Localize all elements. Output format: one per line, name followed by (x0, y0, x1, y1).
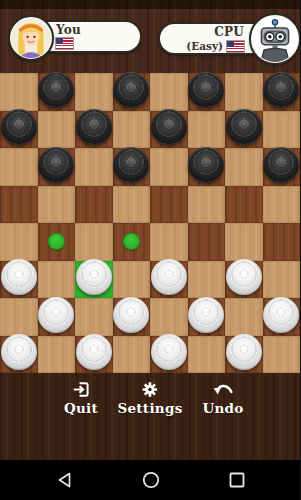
square-c6[interactable] (75, 148, 113, 186)
black-piece-h8[interactable] (263, 72, 299, 108)
black-piece-d6[interactable] (113, 147, 149, 183)
white-piece-e3[interactable] (151, 259, 187, 295)
square-c8[interactable] (75, 73, 113, 111)
black-piece-b8[interactable] (38, 72, 74, 108)
black-piece-f8[interactable] (188, 72, 224, 108)
us-flag-icon-you (56, 38, 73, 49)
square-f5[interactable] (188, 186, 226, 224)
square-d4[interactable] (113, 223, 151, 261)
back-icon[interactable] (56, 471, 73, 489)
black-piece-a7[interactable] (1, 109, 37, 145)
square-e2[interactable] (150, 298, 188, 336)
square-h8[interactable] (263, 73, 301, 111)
app-screen: You CPU (0, 0, 300, 500)
black-piece-h6[interactable] (263, 147, 299, 183)
white-piece-g3[interactable] (226, 259, 262, 295)
square-f1[interactable] (188, 336, 226, 374)
recents-icon[interactable] (229, 472, 245, 488)
square-b6[interactable] (38, 148, 76, 186)
white-piece-g1[interactable] (226, 334, 262, 370)
square-c2[interactable] (75, 298, 113, 336)
square-g7[interactable] (225, 111, 263, 149)
square-b8[interactable] (38, 73, 76, 111)
bottom-toolbar: Quit Settings (0, 373, 300, 460)
square-b1[interactable] (38, 336, 76, 374)
square-h1[interactable] (263, 336, 301, 374)
player-name-cpu: CPU (166, 26, 244, 39)
square-h5[interactable] (263, 186, 301, 224)
square-e3[interactable] (150, 261, 188, 299)
square-a8[interactable] (0, 73, 38, 111)
square-f3[interactable] (188, 261, 226, 299)
undo-arrow-icon (212, 381, 234, 398)
square-c4[interactable] (75, 223, 113, 261)
quit-button[interactable]: Quit (64, 381, 98, 416)
square-d3[interactable] (113, 261, 151, 299)
robot-avatar-icon (251, 15, 299, 63)
player-name-you: You (56, 24, 134, 37)
white-piece-d2[interactable] (113, 297, 149, 333)
square-h2[interactable] (263, 298, 301, 336)
square-b7[interactable] (38, 111, 76, 149)
move-hint-b4[interactable] (48, 233, 65, 250)
square-f4[interactable] (188, 223, 226, 261)
square-a3[interactable] (0, 261, 38, 299)
square-e8[interactable] (150, 73, 188, 111)
square-c5[interactable] (75, 186, 113, 224)
cpu-difficulty: (Easy) (186, 40, 223, 52)
settings-button[interactable]: Settings (117, 381, 182, 416)
black-piece-e7[interactable] (151, 109, 187, 145)
square-e5[interactable] (150, 186, 188, 224)
square-e1[interactable] (150, 336, 188, 374)
square-e7[interactable] (150, 111, 188, 149)
square-a5[interactable] (0, 186, 38, 224)
square-a7[interactable] (0, 111, 38, 149)
avatar-cpu (249, 13, 300, 65)
status-bar (0, 0, 300, 9)
square-g3[interactable] (225, 261, 263, 299)
top-bar: You CPU (0, 0, 300, 73)
square-e6[interactable] (150, 148, 188, 186)
square-g5[interactable] (225, 186, 263, 224)
black-piece-d8[interactable] (113, 72, 149, 108)
square-c7[interactable] (75, 111, 113, 149)
white-piece-h2[interactable] (263, 297, 299, 333)
square-f2[interactable] (188, 298, 226, 336)
square-f6[interactable] (188, 148, 226, 186)
black-piece-b6[interactable] (38, 147, 74, 183)
square-g8[interactable] (225, 73, 263, 111)
square-h4[interactable] (263, 223, 301, 261)
settings-label: Settings (117, 400, 182, 416)
square-h3[interactable] (263, 261, 301, 299)
square-d8[interactable] (113, 73, 151, 111)
square-e4[interactable] (150, 223, 188, 261)
square-f7[interactable] (188, 111, 226, 149)
square-d6[interactable] (113, 148, 151, 186)
black-piece-f6[interactable] (188, 147, 224, 183)
square-a2[interactable] (0, 298, 38, 336)
square-a1[interactable] (0, 336, 38, 374)
white-piece-a1[interactable] (1, 334, 37, 370)
white-piece-e1[interactable] (151, 334, 187, 370)
square-h7[interactable] (263, 111, 301, 149)
square-d2[interactable] (113, 298, 151, 336)
gear-icon (141, 381, 158, 398)
white-piece-c1[interactable] (76, 334, 112, 370)
exit-icon (71, 381, 90, 398)
board (0, 73, 300, 373)
square-b5[interactable] (38, 186, 76, 224)
white-piece-b2[interactable] (38, 297, 74, 333)
white-piece-f2[interactable] (188, 297, 224, 333)
square-c1[interactable] (75, 336, 113, 374)
undo-label: Undo (202, 400, 243, 416)
square-c3[interactable] (75, 261, 113, 299)
black-piece-g7[interactable] (226, 109, 262, 145)
white-piece-c3[interactable] (76, 259, 112, 295)
undo-button[interactable]: Undo (202, 381, 243, 416)
square-d7[interactable] (113, 111, 151, 149)
square-g6[interactable] (225, 148, 263, 186)
square-g4[interactable] (225, 223, 263, 261)
square-b3[interactable] (38, 261, 76, 299)
home-icon[interactable] (142, 471, 160, 489)
square-h6[interactable] (263, 148, 301, 186)
square-a4[interactable] (0, 223, 38, 261)
square-b2[interactable] (38, 298, 76, 336)
avatar-you (8, 15, 54, 61)
android-nav-bar (0, 460, 300, 500)
us-flag-icon-cpu (227, 41, 244, 52)
square-a6[interactable] (0, 148, 38, 186)
square-d5[interactable] (113, 186, 151, 224)
square-b4[interactable] (38, 223, 76, 261)
square-g2[interactable] (225, 298, 263, 336)
move-hint-d4[interactable] (123, 233, 140, 250)
black-piece-c7[interactable] (76, 109, 112, 145)
girl-avatar-icon (10, 17, 52, 59)
square-f8[interactable] (188, 73, 226, 111)
white-piece-a3[interactable] (1, 259, 37, 295)
quit-label: Quit (64, 400, 98, 416)
square-g1[interactable] (225, 336, 263, 374)
square-d1[interactable] (113, 336, 151, 374)
